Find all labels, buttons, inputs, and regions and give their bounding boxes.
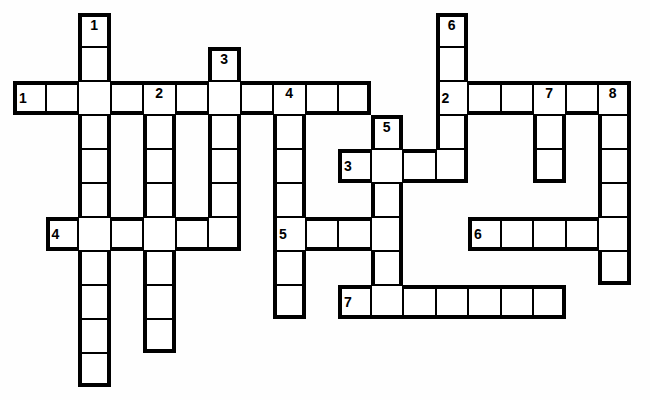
cell-r5-c8[interactable]: [273, 183, 306, 217]
cell-r8-c15[interactable]: [501, 285, 534, 319]
cell-r0-c13[interactable]: 6: [436, 13, 469, 47]
cell-r6-c6[interactable]: [208, 217, 241, 251]
clue-number-across-1: 1: [19, 91, 27, 105]
cell-r6-c8[interactable]: 5: [273, 217, 306, 251]
clue-number-down-2: 2: [144, 86, 175, 100]
cell-r1-c13[interactable]: [436, 47, 469, 81]
clue-number-across-4: 4: [52, 227, 60, 241]
cell-r4-c2[interactable]: [78, 149, 111, 183]
cell-r3-c11[interactable]: 5: [371, 115, 404, 149]
cell-r10-c2[interactable]: [78, 353, 111, 387]
cell-r5-c18[interactable]: [598, 183, 631, 217]
cell-r6-c3[interactable]: [111, 217, 144, 251]
cell-r2-c4[interactable]: 2: [143, 81, 176, 115]
cell-r4-c12[interactable]: [403, 149, 436, 183]
clue-number-down-1: 1: [82, 18, 107, 32]
cell-r6-c14[interactable]: 6: [468, 217, 501, 251]
cell-r6-c11[interactable]: [371, 217, 404, 251]
cell-r8-c11[interactable]: [371, 285, 404, 319]
cell-r6-c4[interactable]: [143, 217, 176, 251]
cell-r8-c8[interactable]: [273, 285, 306, 319]
cell-r6-c17[interactable]: [566, 217, 599, 251]
cell-r4-c4[interactable]: [143, 149, 176, 183]
cell-r2-c16[interactable]: 7: [533, 81, 566, 115]
cell-r6-c9[interactable]: [306, 217, 339, 251]
clue-number-down-3: 3: [212, 52, 237, 66]
cell-r8-c14[interactable]: [468, 285, 501, 319]
cell-r4-c10[interactable]: 3: [338, 149, 371, 183]
cell-r1-c2[interactable]: [78, 47, 111, 81]
cell-r5-c4[interactable]: [143, 183, 176, 217]
cell-r5-c2[interactable]: [78, 183, 111, 217]
cell-r4-c18[interactable]: [598, 149, 631, 183]
crossword-board: 163124278534567: [0, 0, 650, 400]
cell-r2-c18[interactable]: 8: [598, 81, 631, 115]
cell-r7-c4[interactable]: [143, 251, 176, 285]
clue-number-across-7: 7: [344, 295, 352, 309]
cell-r3-c6[interactable]: [208, 115, 241, 149]
cell-r8-c2[interactable]: [78, 285, 111, 319]
cell-r3-c2[interactable]: [78, 115, 111, 149]
cell-r2-c3[interactable]: [111, 81, 144, 115]
cell-r4-c6[interactable]: [208, 149, 241, 183]
cell-r5-c6[interactable]: [208, 183, 241, 217]
cell-r4-c16[interactable]: [533, 149, 566, 183]
cell-r4-c13[interactable]: [436, 149, 469, 183]
cell-r6-c1[interactable]: 4: [46, 217, 79, 251]
cell-r2-c1[interactable]: [46, 81, 79, 115]
cell-r5-c11[interactable]: [371, 183, 404, 217]
clue-number-down-7: 7: [534, 86, 565, 100]
clue-number-across-5: 5: [279, 227, 287, 241]
cell-r6-c2[interactable]: [78, 217, 111, 251]
cell-r6-c15[interactable]: [501, 217, 534, 251]
cell-r6-c18[interactable]: [598, 217, 631, 251]
cell-r2-c10[interactable]: [338, 81, 371, 115]
cell-r3-c16[interactable]: [533, 115, 566, 149]
clue-number-across-2: 2: [442, 91, 450, 105]
cell-r1-c6[interactable]: 3: [208, 47, 241, 81]
clue-number-across-6: 6: [474, 227, 482, 241]
cell-r7-c18[interactable]: [598, 251, 631, 285]
cell-r4-c11[interactable]: [371, 149, 404, 183]
cell-r2-c15[interactable]: [501, 81, 534, 115]
cell-r2-c14[interactable]: [468, 81, 501, 115]
cell-r9-c2[interactable]: [78, 319, 111, 353]
cell-r9-c4[interactable]: [143, 319, 176, 353]
cell-r7-c11[interactable]: [371, 251, 404, 285]
cell-r8-c4[interactable]: [143, 285, 176, 319]
clue-number-down-5: 5: [375, 120, 400, 134]
cell-r2-c17[interactable]: [566, 81, 599, 115]
cell-r6-c5[interactable]: [176, 217, 209, 251]
cell-r2-c8[interactable]: 4: [273, 81, 306, 115]
cell-r8-c13[interactable]: [436, 285, 469, 319]
cell-r8-c12[interactable]: [403, 285, 436, 319]
cell-r7-c8[interactable]: [273, 251, 306, 285]
cell-r2-c5[interactable]: [176, 81, 209, 115]
clue-number-across-3: 3: [344, 159, 352, 173]
clue-number-down-4: 4: [274, 86, 305, 100]
cell-r0-c2[interactable]: 1: [78, 13, 111, 47]
cell-r3-c8[interactable]: [273, 115, 306, 149]
cell-r6-c16[interactable]: [533, 217, 566, 251]
cell-r2-c0[interactable]: 1: [13, 81, 46, 115]
cell-r8-c10[interactable]: 7: [338, 285, 371, 319]
cell-r3-c4[interactable]: [143, 115, 176, 149]
clue-number-down-8: 8: [599, 86, 627, 100]
cell-r7-c2[interactable]: [78, 251, 111, 285]
cell-r4-c8[interactable]: [273, 149, 306, 183]
cell-r2-c2[interactable]: [78, 81, 111, 115]
cell-r2-c9[interactable]: [306, 81, 339, 115]
cell-r2-c7[interactable]: [241, 81, 274, 115]
clue-number-down-6: 6: [440, 18, 465, 32]
cell-r6-c10[interactable]: [338, 217, 371, 251]
cell-r2-c6[interactable]: [208, 81, 241, 115]
cell-r3-c18[interactable]: [598, 115, 631, 149]
cell-r2-c13[interactable]: 2: [436, 81, 469, 115]
cell-r8-c16[interactable]: [533, 285, 566, 319]
cell-r3-c13[interactable]: [436, 115, 469, 149]
